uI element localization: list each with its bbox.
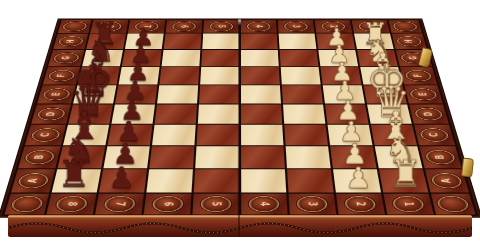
square-c6[interactable]: [152, 125, 196, 145]
medallion-ornament: 4: [247, 22, 270, 32]
square-c5[interactable]: [197, 125, 239, 145]
bottom-rank-label-3: 3: [289, 194, 337, 215]
frame-corner-ornament: [58, 20, 92, 33]
square-b6[interactable]: [149, 146, 194, 168]
square-b5[interactable]: [195, 146, 239, 168]
square-a3[interactable]: [287, 169, 334, 192]
medallion-ornament: C: [419, 128, 450, 141]
bottom-rank-label-4: 4: [241, 194, 287, 215]
square-a4[interactable]: [241, 169, 286, 192]
medallion-ornament: B: [24, 150, 56, 164]
square-e6[interactable]: [157, 85, 198, 103]
medallion-ornament: 3: [284, 22, 308, 32]
medallion-ornament: [62, 22, 88, 32]
square-d6[interactable]: [155, 104, 197, 123]
medallion-ornament: B: [425, 150, 457, 164]
piece-black-pawn-a7[interactable]: ♟: [108, 163, 134, 192]
medallion-ornament: A: [17, 173, 50, 188]
bottom-rank-label-2: 2: [336, 194, 385, 215]
top-rank-label-4: 4: [241, 20, 277, 33]
medallion-ornament: 1: [392, 196, 425, 212]
top-rank-label-5: 5: [203, 20, 239, 33]
bottom-rank-label-5: 5: [192, 194, 238, 215]
square-a1[interactable]: ♜: [379, 169, 428, 192]
square-d3[interactable]: [283, 104, 325, 123]
frame-corner-ornament: [5, 194, 50, 215]
square-a2[interactable]: ♟: [333, 169, 381, 192]
square-f5[interactable]: [200, 67, 239, 84]
square-c3[interactable]: [284, 125, 328, 145]
bottom-rank-label-8: 8: [46, 194, 96, 215]
medallion-ornament: 2: [344, 196, 376, 212]
square-a5[interactable]: [194, 169, 239, 192]
medallion-ornament: 4: [249, 196, 279, 212]
square-d5[interactable]: [198, 104, 239, 123]
left-file-label-A: A: [11, 169, 55, 192]
piece-white-pawn-a2[interactable]: ♟: [345, 163, 371, 192]
medallion-ornament: H: [396, 36, 422, 46]
piece-black-rook-a8[interactable]: ♜: [58, 155, 91, 192]
brass-clasp-bottom: [461, 157, 474, 177]
square-f3[interactable]: [281, 67, 321, 84]
square-b4[interactable]: [241, 146, 285, 168]
frame-corner-ornament: [389, 20, 423, 33]
square-g3[interactable]: [280, 50, 319, 66]
square-d4[interactable]: [241, 104, 282, 123]
piece-white-rook-a1[interactable]: ♜: [389, 155, 422, 192]
frame-corner-ornament: [431, 194, 476, 215]
board-fold-seam: [238, 20, 241, 216]
bottom-rank-label-7: 7: [95, 194, 144, 215]
bottom-rank-label-1: 1: [383, 194, 433, 215]
square-g5[interactable]: [201, 50, 239, 66]
right-file-label-C: C: [414, 125, 455, 145]
square-e5[interactable]: [199, 85, 239, 103]
medallion-ornament: [392, 22, 418, 32]
left-file-label-B: B: [18, 146, 60, 168]
medallion-ornament: 7: [104, 196, 136, 212]
medallion-ornament: 3: [297, 196, 328, 212]
medallion-ornament: 6: [152, 196, 183, 212]
chess-board: 87654321H♜♟♟♜HG♞♟♟♞GF♝♟♟♝FE♚♟♟♚ED♛♟♟♛DC♝…: [2, 20, 478, 216]
square-e4[interactable]: [241, 85, 281, 103]
square-g6[interactable]: [162, 50, 201, 66]
medallion-ornament: 6: [172, 22, 196, 32]
square-h4[interactable]: [241, 34, 278, 50]
square-h3[interactable]: [279, 34, 317, 50]
left-file-label-C: C: [25, 125, 66, 145]
right-file-label-D: D: [409, 104, 449, 123]
square-b3[interactable]: [286, 146, 331, 168]
medallion-ornament: E: [409, 88, 438, 100]
box-front-panel: [8, 215, 472, 237]
bottom-rank-label-6: 6: [144, 194, 192, 215]
medallion-ornament: 5: [201, 196, 231, 212]
medallion-ornament: 5: [210, 22, 233, 32]
medallion-ornament: D: [36, 108, 66, 121]
medallion-ornament: D: [414, 108, 444, 121]
square-h5[interactable]: [202, 34, 239, 50]
medallion-ornament: H: [58, 36, 84, 46]
right-file-label-B: B: [419, 146, 461, 168]
left-file-label-D: D: [31, 104, 71, 123]
square-h6[interactable]: [164, 34, 202, 50]
square-a7[interactable]: ♟: [99, 169, 147, 192]
medallion-ornament: E: [42, 88, 71, 100]
carved-wave-ornament: [8, 215, 472, 237]
square-a6[interactable]: [146, 169, 193, 192]
medallion-ornament: A: [430, 173, 463, 188]
medallion-ornament: [436, 196, 470, 212]
square-g4[interactable]: [241, 50, 279, 66]
product-photo-scene: 87654321H♜♟♟♜HG♞♟♟♞GF♝♟♟♝FE♚♟♟♚ED♛♟♟♛DC♝…: [0, 0, 480, 244]
square-e3[interactable]: [282, 85, 323, 103]
square-c4[interactable]: [241, 125, 283, 145]
top-rank-label-6: 6: [166, 20, 203, 33]
square-f6[interactable]: [159, 67, 199, 84]
medallion-ornament: [10, 196, 44, 212]
square-f4[interactable]: [241, 67, 280, 84]
square-a8[interactable]: ♜: [52, 169, 101, 192]
medallion-ornament: C: [30, 128, 61, 141]
top-rank-label-3: 3: [278, 20, 315, 33]
medallion-ornament: 8: [55, 196, 88, 212]
